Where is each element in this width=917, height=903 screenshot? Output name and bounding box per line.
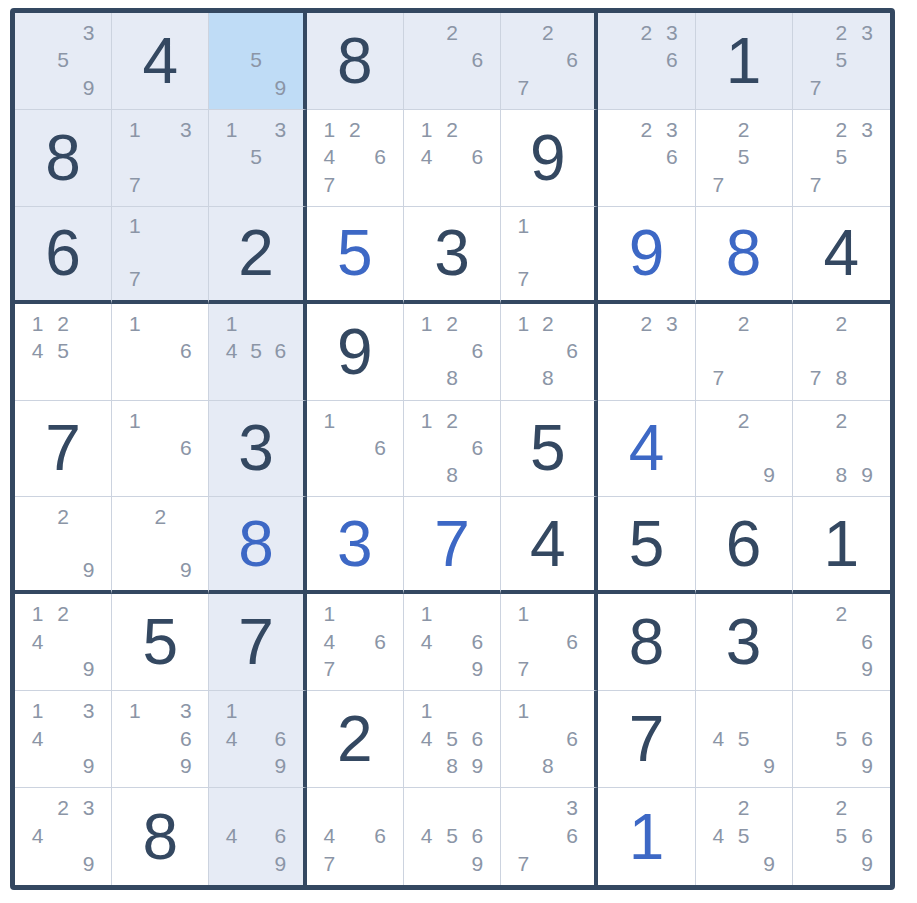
- candidate-8: 8: [829, 364, 855, 391]
- candidate-6: 6: [173, 434, 198, 461]
- candidate-9: 9: [465, 849, 490, 877]
- candidate-empty: [173, 364, 198, 391]
- candidate-2: 2: [634, 19, 659, 46]
- cell-r5c8[interactable]: 29: [696, 401, 793, 498]
- cell-r8c9[interactable]: 569: [793, 691, 890, 788]
- cell-r9c2[interactable]: 8: [112, 788, 209, 885]
- candidate-empty: [173, 265, 198, 291]
- candidate-empty: [173, 503, 198, 529]
- candidate-6: 6: [465, 143, 490, 170]
- candidate-empty: [854, 600, 880, 627]
- candidate-empty: [854, 434, 880, 461]
- given-digit: 4: [824, 221, 860, 285]
- candidate-7: 7: [122, 170, 147, 197]
- candidate-empty: [511, 725, 535, 752]
- candidate-7: 7: [511, 655, 535, 682]
- cell-r3c6[interactable]: 17: [501, 207, 598, 304]
- candidate-empty: [756, 822, 781, 850]
- candidate-empty: [414, 19, 439, 46]
- candidate-3: 3: [76, 794, 101, 822]
- cell-r8c7[interactable]: 7: [598, 691, 695, 788]
- candidate-2: 2: [50, 503, 75, 529]
- candidate-grid: 29: [15, 497, 111, 590]
- candidate-empty: [560, 74, 584, 101]
- cell-r5c5[interactable]: 1268: [404, 401, 501, 498]
- cell-r7c6[interactable]: 167: [501, 594, 598, 691]
- cell-r6c4[interactable]: 3: [307, 497, 404, 594]
- cell-r9c6[interactable]: 367: [501, 788, 598, 885]
- candidate-empty: [803, 143, 829, 170]
- candidate-9: 9: [76, 556, 101, 582]
- candidate-1: 1: [414, 116, 439, 143]
- cell-r1c8[interactable]: 1: [696, 13, 793, 110]
- candidate-empty: [439, 74, 464, 101]
- given-digit: 8: [143, 805, 179, 869]
- candidate-empty: [50, 364, 75, 391]
- cell-r4c3[interactable]: 1456: [209, 304, 306, 401]
- candidate-empty: [148, 116, 173, 143]
- candidate-empty: [634, 143, 659, 170]
- candidate-3: 3: [659, 116, 684, 143]
- candidate-4: 4: [317, 143, 342, 170]
- cell-r7c8[interactable]: 3: [696, 594, 793, 691]
- candidate-9: 9: [854, 849, 880, 877]
- candidate-empty: [414, 364, 439, 391]
- cell-r5c9[interactable]: 289: [793, 401, 890, 498]
- cell-r1c1[interactable]: 359: [15, 13, 112, 110]
- candidate-empty: [608, 19, 633, 46]
- candidate-6: 6: [367, 434, 392, 461]
- candidate-9: 9: [756, 461, 781, 488]
- candidate-empty: [219, 752, 243, 779]
- candidate-grid: 59: [209, 13, 302, 109]
- candidate-empty: [803, 725, 829, 752]
- candidate-grid: 1369: [112, 691, 208, 787]
- candidate-6: 6: [854, 725, 880, 752]
- cell-r2c1[interactable]: 8: [15, 110, 112, 207]
- candidate-2: 2: [731, 794, 756, 822]
- cell-r9c9[interactable]: 2569: [793, 788, 890, 885]
- candidate-empty: [148, 556, 173, 582]
- cell-r6c9[interactable]: 1: [793, 497, 890, 594]
- cell-r6c5[interactable]: 7: [404, 497, 501, 594]
- cell-r8c4[interactable]: 2: [307, 691, 404, 788]
- candidate-2: 2: [829, 600, 855, 627]
- candidate-grid: 1467: [307, 594, 403, 690]
- candidate-empty: [122, 143, 147, 170]
- cell-r8c1[interactable]: 1349: [15, 691, 112, 788]
- cell-r6c8[interactable]: 6: [696, 497, 793, 594]
- candidate-empty: [706, 697, 731, 724]
- candidate-empty: [342, 794, 367, 822]
- candidate-empty: [439, 170, 464, 197]
- candidate-2: 2: [439, 19, 464, 46]
- candidate-empty: [536, 46, 560, 73]
- cell-r6c1[interactable]: 29: [15, 497, 112, 594]
- candidate-grid: 16: [307, 401, 403, 497]
- cell-r9c7[interactable]: 1: [598, 788, 695, 885]
- cell-r4c9[interactable]: 278: [793, 304, 890, 401]
- candidate-2: 2: [50, 794, 75, 822]
- candidate-empty: [173, 170, 198, 197]
- candidate-6: 6: [367, 143, 392, 170]
- candidate-empty: [342, 822, 367, 850]
- cell-r9c8[interactable]: 2459: [696, 788, 793, 885]
- cell-r1c7[interactable]: 236: [598, 13, 695, 110]
- cell-r7c5[interactable]: 1469: [404, 594, 501, 691]
- candidate-4: 4: [25, 725, 50, 752]
- candidate-4: 4: [219, 725, 243, 752]
- candidate-empty: [829, 74, 855, 101]
- candidate-empty: [439, 697, 464, 724]
- cell-r5c7[interactable]: 4: [598, 401, 695, 498]
- candidate-empty: [414, 794, 439, 822]
- cell-r7c4[interactable]: 1467: [307, 594, 404, 691]
- cell-r8c6[interactable]: 168: [501, 691, 598, 788]
- cell-r2c7[interactable]: 236: [598, 110, 695, 207]
- candidate-empty: [219, 19, 243, 46]
- cell-r8c8[interactable]: 459: [696, 691, 793, 788]
- candidate-empty: [122, 503, 147, 529]
- cell-r7c1[interactable]: 1249: [15, 594, 112, 691]
- candidate-empty: [414, 74, 439, 101]
- candidate-empty: [414, 434, 439, 461]
- candidate-empty: [50, 556, 75, 582]
- candidate-empty: [659, 74, 684, 101]
- candidate-empty: [634, 170, 659, 197]
- cell-r2c5[interactable]: 1246: [404, 110, 501, 207]
- candidate-empty: [122, 461, 147, 488]
- candidate-empty: [536, 697, 560, 724]
- entered-digit: 8: [238, 512, 274, 576]
- candidate-grid: 1268: [404, 304, 500, 400]
- candidate-empty: [511, 822, 535, 850]
- candidate-grid: 168: [501, 691, 594, 787]
- candidate-grid: 1469: [209, 691, 302, 787]
- candidate-empty: [829, 628, 855, 655]
- cell-r1c2[interactable]: 4: [112, 13, 209, 110]
- candidate-7: 7: [511, 849, 535, 877]
- candidate-empty: [173, 530, 198, 556]
- cell-r3c9[interactable]: 4: [793, 207, 890, 304]
- candidate-empty: [560, 213, 584, 239]
- candidate-empty: [854, 794, 880, 822]
- candidate-empty: [25, 364, 50, 391]
- candidate-grid: 467: [307, 788, 403, 885]
- cell-r5c3[interactable]: 3: [209, 401, 306, 498]
- candidate-4: 4: [317, 628, 342, 655]
- cell-r1c9[interactable]: 2357: [793, 13, 890, 110]
- candidate-empty: [148, 143, 173, 170]
- candidate-grid: 359: [15, 13, 111, 109]
- candidate-empty: [268, 143, 292, 170]
- candidate-empty: [560, 600, 584, 627]
- candidate-1: 1: [414, 310, 439, 337]
- candidate-empty: [608, 46, 633, 73]
- candidate-3: 3: [173, 697, 198, 724]
- candidate-empty: [219, 170, 243, 197]
- candidate-empty: [731, 434, 756, 461]
- candidate-2: 2: [731, 116, 756, 143]
- cell-r9c4[interactable]: 467: [307, 788, 404, 885]
- candidate-empty: [342, 628, 367, 655]
- candidate-1: 1: [511, 697, 535, 724]
- cell-r4c4[interactable]: 9: [307, 304, 404, 401]
- candidate-empty: [367, 116, 392, 143]
- cell-r3c1[interactable]: 6: [15, 207, 112, 304]
- candidate-empty: [803, 434, 829, 461]
- candidate-5: 5: [829, 725, 855, 752]
- candidate-7: 7: [511, 265, 535, 291]
- candidate-empty: [731, 461, 756, 488]
- candidate-empty: [608, 364, 633, 391]
- candidate-9: 9: [465, 752, 490, 779]
- candidate-2: 2: [148, 503, 173, 529]
- cell-r3c3[interactable]: 2: [209, 207, 306, 304]
- cell-r2c8[interactable]: 257: [696, 110, 793, 207]
- candidate-empty: [511, 794, 535, 822]
- cell-r3c4[interactable]: 5: [307, 207, 404, 304]
- candidate-1: 1: [122, 116, 147, 143]
- candidate-empty: [706, 849, 731, 877]
- candidate-grid: 1268: [501, 304, 594, 400]
- candidate-3: 3: [659, 19, 684, 46]
- candidate-9: 9: [756, 849, 781, 877]
- candidate-empty: [414, 337, 439, 364]
- candidate-1: 1: [25, 697, 50, 724]
- candidate-9: 9: [854, 752, 880, 779]
- candidate-7: 7: [317, 655, 342, 682]
- cell-r9c5[interactable]: 4569: [404, 788, 501, 885]
- given-digit: 3: [434, 221, 470, 285]
- candidate-empty: [367, 170, 392, 197]
- given-digit: 6: [726, 512, 762, 576]
- cell-r8c5[interactable]: 145689: [404, 691, 501, 788]
- candidate-empty: [50, 628, 75, 655]
- cell-r6c3[interactable]: 8: [209, 497, 306, 594]
- candidate-empty: [756, 143, 781, 170]
- candidate-2: 2: [829, 794, 855, 822]
- candidate-empty: [244, 116, 268, 143]
- candidate-1: 1: [317, 116, 342, 143]
- candidate-empty: [829, 170, 855, 197]
- candidate-empty: [439, 628, 464, 655]
- candidate-empty: [608, 170, 633, 197]
- cell-r8c3[interactable]: 1469: [209, 691, 306, 788]
- candidate-9: 9: [854, 655, 880, 682]
- cell-r9c3[interactable]: 469: [209, 788, 306, 885]
- candidate-empty: [219, 794, 243, 822]
- candidate-empty: [173, 407, 198, 434]
- candidate-6: 6: [659, 143, 684, 170]
- candidate-empty: [608, 74, 633, 101]
- candidate-empty: [634, 337, 659, 364]
- candidate-empty: [244, 19, 268, 46]
- cell-r7c7[interactable]: 8: [598, 594, 695, 691]
- cell-r3c5[interactable]: 3: [404, 207, 501, 304]
- candidate-empty: [342, 143, 367, 170]
- entered-digit: 1: [629, 805, 665, 869]
- cell-r4c8[interactable]: 27: [696, 304, 793, 401]
- candidate-empty: [536, 655, 560, 682]
- candidate-empty: [50, 752, 75, 779]
- cell-r6c6[interactable]: 4: [501, 497, 598, 594]
- candidate-empty: [317, 794, 342, 822]
- candidate-empty: [756, 794, 781, 822]
- candidate-2: 2: [342, 116, 367, 143]
- candidate-grid: 236: [598, 110, 694, 206]
- candidate-empty: [268, 697, 292, 724]
- candidate-empty: [76, 503, 101, 529]
- candidate-6: 6: [268, 822, 292, 850]
- candidate-9: 9: [465, 655, 490, 682]
- candidate-grid: 26: [404, 13, 500, 109]
- cell-r6c7[interactable]: 5: [598, 497, 695, 594]
- cell-r7c3[interactable]: 7: [209, 594, 306, 691]
- candidate-empty: [756, 310, 781, 337]
- candidate-empty: [439, 337, 464, 364]
- candidate-6: 6: [560, 725, 584, 752]
- cell-r4c1[interactable]: 1245: [15, 304, 112, 401]
- candidate-1: 1: [317, 600, 342, 627]
- candidate-grid: 2357: [793, 13, 890, 109]
- cell-r2c3[interactable]: 135: [209, 110, 306, 207]
- candidate-empty: [25, 849, 50, 877]
- candidate-empty: [511, 46, 535, 73]
- cell-r2c9[interactable]: 2357: [793, 110, 890, 207]
- candidate-empty: [803, 337, 829, 364]
- candidate-empty: [244, 794, 268, 822]
- cell-r1c4[interactable]: 8: [307, 13, 404, 110]
- candidate-grid: 1469: [404, 594, 500, 690]
- candidate-empty: [76, 822, 101, 850]
- cell-r2c6[interactable]: 9: [501, 110, 598, 207]
- cell-r5c1[interactable]: 7: [15, 401, 112, 498]
- cell-r6c2[interactable]: 29: [112, 497, 209, 594]
- candidate-grid: 2357: [793, 110, 890, 206]
- candidate-6: 6: [854, 628, 880, 655]
- candidate-empty: [148, 530, 173, 556]
- candidate-empty: [536, 822, 560, 850]
- candidate-empty: [268, 310, 292, 337]
- candidate-empty: [536, 794, 560, 822]
- candidate-empty: [536, 74, 560, 101]
- candidate-empty: [731, 697, 756, 724]
- cell-r8c2[interactable]: 1369: [112, 691, 209, 788]
- given-digit: 6: [45, 221, 81, 285]
- cell-r7c2[interactable]: 5: [112, 594, 209, 691]
- candidate-grid: 167: [501, 594, 594, 690]
- candidate-2: 2: [50, 600, 75, 627]
- candidate-grid: 29: [112, 497, 208, 590]
- candidate-empty: [414, 46, 439, 73]
- candidate-empty: [465, 600, 490, 627]
- cell-r3c2[interactable]: 17: [112, 207, 209, 304]
- candidate-empty: [439, 46, 464, 73]
- entered-digit: 4: [629, 416, 665, 480]
- given-digit: 2: [337, 707, 373, 771]
- candidate-3: 3: [560, 794, 584, 822]
- candidate-6: 6: [560, 822, 584, 850]
- cell-r5c6[interactable]: 5: [501, 401, 598, 498]
- candidate-empty: [829, 752, 855, 779]
- candidate-5: 5: [244, 143, 268, 170]
- candidate-empty: [50, 74, 75, 101]
- candidate-empty: [244, 752, 268, 779]
- candidate-empty: [731, 337, 756, 364]
- cell-r2c2[interactable]: 137: [112, 110, 209, 207]
- candidate-empty: [634, 74, 659, 101]
- candidate-empty: [367, 655, 392, 682]
- candidate-empty: [803, 752, 829, 779]
- candidate-6: 6: [173, 725, 198, 752]
- cell-r9c1[interactable]: 2349: [15, 788, 112, 885]
- cell-r1c6[interactable]: 267: [501, 13, 598, 110]
- candidate-empty: [219, 46, 243, 73]
- candidate-4: 4: [706, 725, 731, 752]
- candidate-6: 6: [268, 337, 292, 364]
- candidate-1: 1: [219, 116, 243, 143]
- cell-r4c6[interactable]: 1268: [501, 304, 598, 401]
- candidate-8: 8: [439, 461, 464, 488]
- candidate-grid: 27: [696, 304, 792, 400]
- candidate-empty: [367, 794, 392, 822]
- candidate-empty: [122, 434, 147, 461]
- cell-r7c9[interactable]: 269: [793, 594, 890, 691]
- cell-r5c4[interactable]: 16: [307, 401, 404, 498]
- cell-r3c7[interactable]: 9: [598, 207, 695, 304]
- candidate-6: 6: [465, 46, 490, 73]
- candidate-4: 4: [414, 725, 439, 752]
- candidate-empty: [560, 265, 584, 291]
- candidate-empty: [342, 849, 367, 877]
- candidate-empty: [608, 310, 633, 337]
- cell-r4c5[interactable]: 1268: [404, 304, 501, 401]
- candidate-6: 6: [659, 46, 684, 73]
- cell-r1c3[interactable]: 59: [209, 13, 306, 110]
- cell-r3c8[interactable]: 8: [696, 207, 793, 304]
- candidate-empty: [25, 530, 50, 556]
- given-digit: 8: [337, 29, 373, 93]
- candidate-empty: [25, 46, 50, 73]
- candidate-7: 7: [706, 170, 731, 197]
- candidate-empty: [803, 407, 829, 434]
- candidate-2: 2: [731, 407, 756, 434]
- given-digit: 3: [726, 610, 762, 674]
- candidate-empty: [854, 364, 880, 391]
- candidate-empty: [148, 213, 173, 239]
- candidate-empty: [803, 116, 829, 143]
- candidate-grid: 269: [793, 594, 890, 690]
- candidate-grid: 459: [696, 691, 792, 787]
- candidate-empty: [634, 364, 659, 391]
- candidate-empty: [706, 337, 731, 364]
- candidate-empty: [244, 310, 268, 337]
- candidate-empty: [465, 170, 490, 197]
- cell-r4c7[interactable]: 23: [598, 304, 695, 401]
- candidate-6: 6: [560, 628, 584, 655]
- cell-r4c2[interactable]: 16: [112, 304, 209, 401]
- cell-r2c4[interactable]: 12467: [307, 110, 404, 207]
- candidate-grid: 17: [501, 207, 594, 300]
- candidate-empty: [219, 143, 243, 170]
- cell-r5c2[interactable]: 16: [112, 401, 209, 498]
- candidate-empty: [414, 170, 439, 197]
- candidate-grid: 469: [209, 788, 302, 885]
- candidate-2: 2: [829, 116, 855, 143]
- cell-r1c5[interactable]: 26: [404, 13, 501, 110]
- candidate-empty: [731, 364, 756, 391]
